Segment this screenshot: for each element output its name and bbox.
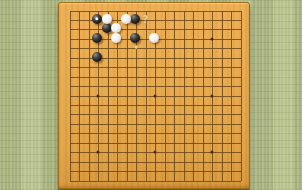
hoshi-star-point xyxy=(211,151,214,154)
hoshi-star-point xyxy=(154,151,157,154)
grid-line-horizontal xyxy=(70,124,242,125)
hoshi-star-point xyxy=(97,151,100,154)
hoshi-star-point xyxy=(211,94,214,97)
black-stone xyxy=(92,14,102,24)
grid-line-horizontal xyxy=(70,171,242,172)
grid-line-horizontal xyxy=(70,162,242,163)
tatami-background: ?✦ xyxy=(0,0,302,190)
grid-line-vertical xyxy=(222,11,223,182)
white-stone xyxy=(102,14,112,24)
grid-line-horizontal xyxy=(70,105,242,106)
grid-line-horizontal xyxy=(70,181,242,182)
white-stone xyxy=(149,33,159,43)
grid-line-vertical xyxy=(174,11,175,182)
black-stone xyxy=(92,33,102,43)
hoshi-star-point xyxy=(154,94,157,97)
grid-line-horizontal xyxy=(70,133,242,134)
go-board: ?✦ xyxy=(58,2,250,189)
board-grid[interactable]: ?✦ xyxy=(70,11,242,182)
black-stone xyxy=(130,14,140,24)
grid-line-vertical xyxy=(231,11,232,182)
black-stone xyxy=(130,33,140,43)
hoshi-star-point xyxy=(97,94,100,97)
grid-line-vertical xyxy=(165,11,166,182)
grid-line-vertical xyxy=(184,11,185,182)
grid-line-vertical xyxy=(193,11,194,182)
grid-line-horizontal xyxy=(70,143,242,144)
question-mark-annotation: ? xyxy=(143,15,149,25)
grid-line-horizontal xyxy=(70,114,242,115)
grid-line-vertical xyxy=(203,11,204,182)
grid-line-vertical xyxy=(241,11,242,182)
hoshi-star-point xyxy=(211,37,214,40)
last-move-marker-dot xyxy=(95,17,98,20)
black-stone xyxy=(92,52,102,62)
black-stone xyxy=(102,23,112,33)
sparkle-annotation: ✦ xyxy=(133,44,140,52)
white-stone xyxy=(111,33,121,43)
white-stone xyxy=(121,14,131,24)
